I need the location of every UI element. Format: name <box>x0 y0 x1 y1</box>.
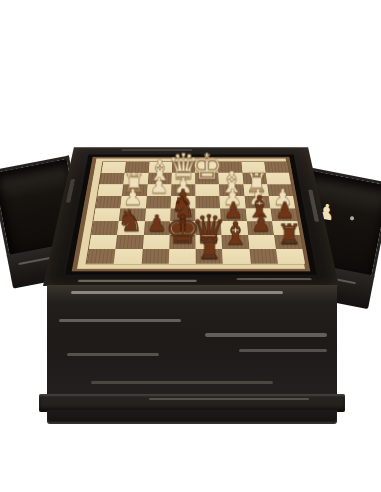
square-d2: ♚ <box>169 235 196 249</box>
distress-streak <box>205 333 327 337</box>
square-g4: ♝ <box>245 208 272 221</box>
distress-streak <box>149 398 309 400</box>
board-frame: ♝♛♚♜♟♟♝♜♟♟♟♟♟♞♟♝♟♞♟♟♟♚♛♝♜♜ <box>43 147 339 286</box>
square-e5 <box>195 196 220 208</box>
square-b3: ♞ <box>117 221 144 235</box>
square-f8 <box>218 162 242 173</box>
square-h7 <box>265 173 290 184</box>
box-base-foot <box>47 410 337 424</box>
square-g5: ♟ <box>244 196 270 208</box>
square-f5: ♟ <box>219 196 245 208</box>
square-g1 <box>249 249 278 264</box>
square-f4: ♟ <box>220 208 246 221</box>
square-g2 <box>247 235 275 249</box>
square-b2 <box>115 235 143 249</box>
square-b1 <box>113 249 141 264</box>
drawer-knob-dot <box>350 216 355 221</box>
square-b5: ♟ <box>120 196 146 208</box>
square-e1: ♜ <box>195 249 222 264</box>
square-a4 <box>93 208 120 221</box>
square-d3: ♟ <box>169 221 195 235</box>
distress-streak <box>59 319 181 322</box>
square-e2: ♛ <box>195 235 222 249</box>
square-e6 <box>195 184 220 196</box>
square-f3 <box>221 221 248 235</box>
square-f7 <box>218 173 242 184</box>
square-f2: ♝ <box>221 235 248 249</box>
chess-board: ♝♛♚♜♟♟♝♜♟♟♟♟♟♞♟♝♟♞♟♟♟♚♛♝♜♜ <box>85 162 306 265</box>
square-b7 <box>123 173 148 184</box>
square-f1 <box>222 249 250 264</box>
distress-streak <box>71 291 283 294</box>
distress-streak <box>67 353 159 356</box>
square-d6: ♟ <box>170 184 194 196</box>
box-front <box>47 285 337 396</box>
square-a3 <box>91 221 119 235</box>
square-h8 <box>264 162 289 173</box>
square-d8 <box>171 162 194 173</box>
square-d7: ♛ <box>171 173 195 184</box>
distress-streak <box>236 278 312 280</box>
square-a7 <box>99 173 124 184</box>
square-g3: ♟ <box>246 221 273 235</box>
square-h4: ♟ <box>270 208 297 221</box>
square-d1 <box>168 249 195 264</box>
square-d5: ♟ <box>170 196 195 208</box>
square-c4 <box>144 208 170 221</box>
square-a2 <box>89 235 117 249</box>
square-e4 <box>195 208 221 221</box>
square-c2 <box>142 235 169 249</box>
square-a8 <box>101 162 126 173</box>
square-c7: ♝ <box>147 173 171 184</box>
square-b4 <box>118 208 145 221</box>
square-c6: ♟ <box>146 184 171 196</box>
square-a1 <box>86 249 115 264</box>
square-b6: ♜ <box>122 184 147 196</box>
square-c3: ♟ <box>143 221 170 235</box>
square-g8 <box>241 162 265 173</box>
square-e3 <box>195 221 221 235</box>
square-d4: ♞ <box>170 208 196 221</box>
square-e7: ♚ <box>195 173 219 184</box>
board-border: ♝♛♚♜♟♟♝♜♟♟♟♟♟♞♟♝♟♞♟♟♟♚♛♝♜♜ <box>71 157 310 272</box>
square-h5: ♟ <box>268 196 295 208</box>
square-b8 <box>124 162 148 173</box>
square-h1 <box>275 249 304 264</box>
distress-streak <box>77 280 196 282</box>
chess-box-product-photo: ♟ ♝♛♚♜♟♟♝♜♟♟♟♟♟♞♟♝♟♞♟♟♟♚♛♝♜♜ <box>0 0 381 492</box>
distress-streak <box>239 349 327 352</box>
distress-streak <box>65 179 74 203</box>
distress-streak <box>91 381 273 384</box>
square-g7 <box>242 173 267 184</box>
square-c1 <box>141 249 169 264</box>
square-g6: ♜ <box>243 184 269 196</box>
distress-streak <box>120 149 192 150</box>
square-h2: ♜ <box>273 235 302 249</box>
square-f6: ♝ <box>219 184 244 196</box>
distress-streak <box>308 190 319 222</box>
square-e8 <box>195 162 219 173</box>
box-top: ♝♛♚♜♟♟♝♜♟♟♟♟♟♞♟♝♟♞♟♟♟♚♛♝♜♜ <box>43 147 339 286</box>
square-a5 <box>95 196 121 208</box>
square-c5 <box>145 196 170 208</box>
square-c8 <box>148 162 172 173</box>
square-a6 <box>97 184 123 196</box>
square-h3 <box>272 221 300 235</box>
square-h6 <box>267 184 293 196</box>
